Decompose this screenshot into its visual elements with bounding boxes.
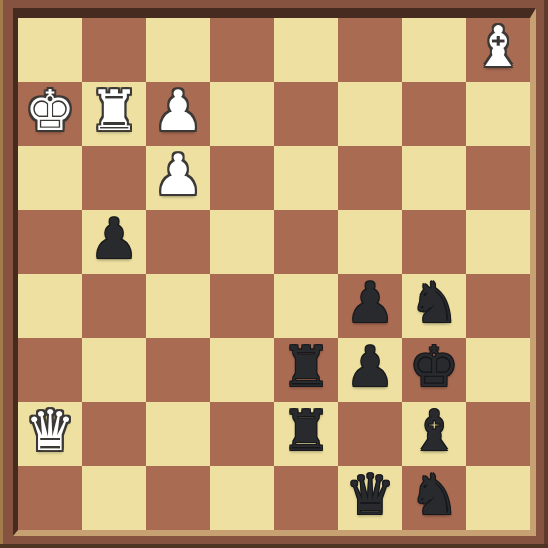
square-b5[interactable]: ♟ <box>82 210 146 274</box>
square-b8[interactable] <box>82 18 146 82</box>
square-h8[interactable]: ♝ <box>466 18 530 82</box>
square-c5[interactable] <box>146 210 210 274</box>
square-f6[interactable] <box>338 146 402 210</box>
square-h7[interactable] <box>466 82 530 146</box>
square-g5[interactable] <box>402 210 466 274</box>
square-e5[interactable] <box>274 210 338 274</box>
square-c3[interactable] <box>146 338 210 402</box>
square-a4[interactable] <box>18 274 82 338</box>
square-f8[interactable] <box>338 18 402 82</box>
square-e8[interactable] <box>274 18 338 82</box>
square-h6[interactable] <box>466 146 530 210</box>
white-rook[interactable]: ♜ <box>89 83 139 139</box>
chess-board-frame: ♝♚♜♟♟♟♟♞♜♟♚♛♜♝♛♞ <box>13 8 536 536</box>
white-queen[interactable]: ♛ <box>25 403 75 459</box>
black-pawn[interactable]: ♟ <box>89 211 139 267</box>
square-f4[interactable]: ♟ <box>338 274 402 338</box>
black-queen[interactable]: ♛ <box>345 467 395 523</box>
square-d8[interactable] <box>210 18 274 82</box>
square-e4[interactable] <box>274 274 338 338</box>
chess-board: ♝♚♜♟♟♟♟♞♜♟♚♛♜♝♛♞ <box>18 18 530 530</box>
square-e7[interactable] <box>274 82 338 146</box>
square-b4[interactable] <box>82 274 146 338</box>
black-knight[interactable]: ♞ <box>409 275 459 331</box>
white-pawn[interactable]: ♟ <box>153 147 203 203</box>
square-f3[interactable]: ♟ <box>338 338 402 402</box>
chess-app-window: ♝♚♜♟♟♟♟♞♜♟♚♛♜♝♛♞ <box>0 0 548 548</box>
square-h4[interactable] <box>466 274 530 338</box>
frame-edge-bottom <box>0 544 548 548</box>
square-c4[interactable] <box>146 274 210 338</box>
black-bishop[interactable]: ♝ <box>409 403 459 459</box>
square-c7[interactable]: ♟ <box>146 82 210 146</box>
black-pawn[interactable]: ♟ <box>345 275 395 331</box>
square-h3[interactable] <box>466 338 530 402</box>
square-h1[interactable] <box>466 466 530 530</box>
square-e2[interactable]: ♜ <box>274 402 338 466</box>
square-a5[interactable] <box>18 210 82 274</box>
square-a3[interactable] <box>18 338 82 402</box>
square-f1[interactable]: ♛ <box>338 466 402 530</box>
square-a6[interactable] <box>18 146 82 210</box>
square-d4[interactable] <box>210 274 274 338</box>
square-d6[interactable] <box>210 146 274 210</box>
black-knight[interactable]: ♞ <box>409 467 459 523</box>
square-b7[interactable]: ♜ <box>82 82 146 146</box>
square-c1[interactable] <box>146 466 210 530</box>
square-g6[interactable] <box>402 146 466 210</box>
square-h5[interactable] <box>466 210 530 274</box>
square-d7[interactable] <box>210 82 274 146</box>
square-f5[interactable] <box>338 210 402 274</box>
square-g2[interactable]: ♝ <box>402 402 466 466</box>
square-a7[interactable]: ♚ <box>18 82 82 146</box>
white-king[interactable]: ♚ <box>25 83 75 139</box>
square-a2[interactable]: ♛ <box>18 402 82 466</box>
square-c2[interactable] <box>146 402 210 466</box>
square-b3[interactable] <box>82 338 146 402</box>
black-pawn[interactable]: ♟ <box>345 339 395 395</box>
square-b6[interactable] <box>82 146 146 210</box>
square-f7[interactable] <box>338 82 402 146</box>
square-e1[interactable] <box>274 466 338 530</box>
square-b2[interactable] <box>82 402 146 466</box>
square-e3[interactable]: ♜ <box>274 338 338 402</box>
frame-edge-right <box>544 0 548 548</box>
white-bishop[interactable]: ♝ <box>473 19 523 75</box>
square-a8[interactable] <box>18 18 82 82</box>
square-b1[interactable] <box>82 466 146 530</box>
square-e6[interactable] <box>274 146 338 210</box>
square-d1[interactable] <box>210 466 274 530</box>
square-d2[interactable] <box>210 402 274 466</box>
square-c6[interactable]: ♟ <box>146 146 210 210</box>
square-d5[interactable] <box>210 210 274 274</box>
square-g3[interactable]: ♚ <box>402 338 466 402</box>
black-rook[interactable]: ♜ <box>281 339 331 395</box>
black-king[interactable]: ♚ <box>409 339 459 395</box>
square-d3[interactable] <box>210 338 274 402</box>
frame-edge-left <box>0 0 3 548</box>
square-a1[interactable] <box>18 466 82 530</box>
square-g1[interactable]: ♞ <box>402 466 466 530</box>
square-f2[interactable] <box>338 402 402 466</box>
square-h2[interactable] <box>466 402 530 466</box>
square-g7[interactable] <box>402 82 466 146</box>
black-rook[interactable]: ♜ <box>281 403 331 459</box>
square-g8[interactable] <box>402 18 466 82</box>
square-c8[interactable] <box>146 18 210 82</box>
square-g4[interactable]: ♞ <box>402 274 466 338</box>
white-pawn[interactable]: ♟ <box>153 83 203 139</box>
